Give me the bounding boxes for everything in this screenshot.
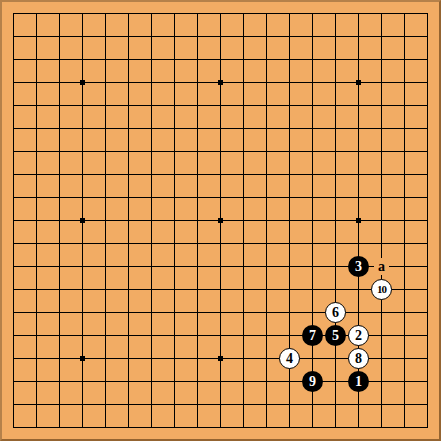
- intersection: [48, 140, 71, 163]
- intersection: [347, 301, 370, 324]
- intersection: [140, 48, 163, 71]
- intersection: [117, 232, 140, 255]
- intersection: [370, 25, 393, 48]
- intersection: [209, 416, 232, 439]
- intersection: [278, 255, 301, 278]
- intersection: [393, 140, 416, 163]
- intersection: [186, 209, 209, 232]
- intersection: [278, 71, 301, 94]
- intersection: [301, 393, 324, 416]
- intersection: [71, 347, 94, 370]
- intersection: [48, 209, 71, 232]
- intersection: [347, 393, 370, 416]
- intersection: [347, 186, 370, 209]
- stone-black-1: 1: [348, 371, 369, 392]
- intersection: [347, 232, 370, 255]
- intersection: [163, 370, 186, 393]
- intersection: [2, 416, 25, 439]
- intersection: [416, 301, 439, 324]
- intersection: 9: [301, 370, 324, 393]
- intersection: [186, 324, 209, 347]
- intersection: [255, 117, 278, 140]
- intersection: [232, 140, 255, 163]
- intersection: [324, 186, 347, 209]
- intersection: [25, 232, 48, 255]
- intersection: [278, 140, 301, 163]
- intersection: [163, 163, 186, 186]
- intersection: [393, 278, 416, 301]
- intersection: [301, 140, 324, 163]
- intersection: [209, 209, 232, 232]
- intersection: [25, 301, 48, 324]
- hoshi-star-point: [356, 218, 361, 223]
- intersection: [94, 209, 117, 232]
- intersection: [209, 393, 232, 416]
- intersection: [324, 163, 347, 186]
- intersection: [347, 117, 370, 140]
- intersection: [140, 163, 163, 186]
- intersection: [278, 324, 301, 347]
- intersection: [117, 163, 140, 186]
- intersection: [232, 232, 255, 255]
- intersection: [48, 94, 71, 117]
- intersection: [301, 2, 324, 25]
- intersection: [48, 324, 71, 347]
- intersection: [71, 209, 94, 232]
- hoshi-star-point: [218, 218, 223, 223]
- intersection: [186, 163, 209, 186]
- intersection: [370, 232, 393, 255]
- intersection: [25, 278, 48, 301]
- intersection: [370, 347, 393, 370]
- intersection: [416, 255, 439, 278]
- intersection: [324, 393, 347, 416]
- intersection: [393, 117, 416, 140]
- intersection: [393, 25, 416, 48]
- intersection: [324, 71, 347, 94]
- intersection: [71, 301, 94, 324]
- intersection: [416, 209, 439, 232]
- intersection: [347, 25, 370, 48]
- intersection: [347, 140, 370, 163]
- intersection: [232, 25, 255, 48]
- intersection: [163, 324, 186, 347]
- intersection: [117, 117, 140, 140]
- intersection: [48, 117, 71, 140]
- intersection: [393, 301, 416, 324]
- intersection: [416, 186, 439, 209]
- intersection: [393, 255, 416, 278]
- intersection: [278, 416, 301, 439]
- intersection: [301, 186, 324, 209]
- intersection: [278, 393, 301, 416]
- intersection: [25, 71, 48, 94]
- intersection: [71, 117, 94, 140]
- intersection: [278, 163, 301, 186]
- stone-white-4: 4: [279, 348, 300, 369]
- intersection: [186, 71, 209, 94]
- intersection: [2, 48, 25, 71]
- intersection: [209, 2, 232, 25]
- intersection: [71, 416, 94, 439]
- intersection: [232, 347, 255, 370]
- intersection: [163, 416, 186, 439]
- intersection: [255, 232, 278, 255]
- intersection: [71, 94, 94, 117]
- intersection: [255, 163, 278, 186]
- intersection: [163, 278, 186, 301]
- intersection: [232, 48, 255, 71]
- intersection: [301, 48, 324, 71]
- intersection: [94, 140, 117, 163]
- intersection: [2, 370, 25, 393]
- intersection: [25, 370, 48, 393]
- intersection: [2, 347, 25, 370]
- intersection: [255, 255, 278, 278]
- intersection: [370, 209, 393, 232]
- intersection: [94, 2, 117, 25]
- intersection: [140, 209, 163, 232]
- intersection: [25, 2, 48, 25]
- intersection: [393, 94, 416, 117]
- intersection: [232, 163, 255, 186]
- intersection: 10: [370, 278, 393, 301]
- intersection: [48, 301, 71, 324]
- intersection: [94, 324, 117, 347]
- intersection: [117, 209, 140, 232]
- intersection: [301, 209, 324, 232]
- intersection: [347, 48, 370, 71]
- intersection: [255, 347, 278, 370]
- intersection: [416, 416, 439, 439]
- intersection: [370, 301, 393, 324]
- intersection: [117, 2, 140, 25]
- intersection: [347, 278, 370, 301]
- intersection: [416, 48, 439, 71]
- intersection: [94, 94, 117, 117]
- intersection: [324, 117, 347, 140]
- intersection: [278, 94, 301, 117]
- intersection: [393, 416, 416, 439]
- intersection: [2, 71, 25, 94]
- intersection: [140, 278, 163, 301]
- intersection: [117, 48, 140, 71]
- intersection: [25, 140, 48, 163]
- intersection: [163, 186, 186, 209]
- intersection: [393, 324, 416, 347]
- intersection: [117, 25, 140, 48]
- intersection: [416, 140, 439, 163]
- intersection: [232, 117, 255, 140]
- intersection: [71, 163, 94, 186]
- intersection: [94, 301, 117, 324]
- intersection: [209, 117, 232, 140]
- intersection: [416, 278, 439, 301]
- intersection: [232, 301, 255, 324]
- intersection: [324, 2, 347, 25]
- intersection: [94, 25, 117, 48]
- intersection: [278, 117, 301, 140]
- intersection: [347, 2, 370, 25]
- intersection: [163, 71, 186, 94]
- intersection: [186, 48, 209, 71]
- stone-white-2: 2: [348, 325, 369, 346]
- intersection: [2, 324, 25, 347]
- intersection: [370, 48, 393, 71]
- intersection: [209, 370, 232, 393]
- intersection: [370, 71, 393, 94]
- intersection: 8: [347, 347, 370, 370]
- stone-black-7: 7: [302, 325, 323, 346]
- intersection: [163, 140, 186, 163]
- intersection: [140, 347, 163, 370]
- intersection: [370, 186, 393, 209]
- intersection: [117, 255, 140, 278]
- intersection: [347, 416, 370, 439]
- intersection: [186, 25, 209, 48]
- intersection: [2, 393, 25, 416]
- intersection: [163, 301, 186, 324]
- intersection: [324, 232, 347, 255]
- intersection: [25, 163, 48, 186]
- intersection: [140, 324, 163, 347]
- intersection: [94, 393, 117, 416]
- intersection: [2, 255, 25, 278]
- intersection: [140, 255, 163, 278]
- intersection: [393, 71, 416, 94]
- stone-black-9: 9: [302, 371, 323, 392]
- intersection: [48, 255, 71, 278]
- intersection: [232, 255, 255, 278]
- intersection: [416, 2, 439, 25]
- intersection: [278, 2, 301, 25]
- intersection: [140, 2, 163, 25]
- intersection: [71, 71, 94, 94]
- stone-white-10: 10: [371, 279, 392, 300]
- intersection: [301, 117, 324, 140]
- intersection: [278, 370, 301, 393]
- intersection: [209, 232, 232, 255]
- intersection: [140, 370, 163, 393]
- intersection: [209, 301, 232, 324]
- intersection: [301, 347, 324, 370]
- intersection: [163, 255, 186, 278]
- intersection: [71, 232, 94, 255]
- intersection: [48, 232, 71, 255]
- intersection: [94, 186, 117, 209]
- intersection: [255, 370, 278, 393]
- intersection: 2: [347, 324, 370, 347]
- intersection: [48, 186, 71, 209]
- intersection: [209, 163, 232, 186]
- intersection: [370, 163, 393, 186]
- intersection: [255, 301, 278, 324]
- intersection: 3: [347, 255, 370, 278]
- intersection: [370, 416, 393, 439]
- intersection: [370, 117, 393, 140]
- intersection: [370, 393, 393, 416]
- intersection: [416, 324, 439, 347]
- intersection: [324, 347, 347, 370]
- intersection: 1: [347, 370, 370, 393]
- intersection: [140, 186, 163, 209]
- intersection: [209, 71, 232, 94]
- intersection: [209, 278, 232, 301]
- intersection: [25, 209, 48, 232]
- intersection: [232, 94, 255, 117]
- intersection: [140, 301, 163, 324]
- go-board-frame: 3a1067524891: [0, 0, 441, 441]
- intersection: [163, 209, 186, 232]
- intersection: [2, 94, 25, 117]
- intersection: [2, 186, 25, 209]
- intersection: [232, 2, 255, 25]
- intersection: [163, 48, 186, 71]
- intersection: [209, 94, 232, 117]
- intersection: 7: [301, 324, 324, 347]
- intersection: [71, 324, 94, 347]
- intersection: 4: [278, 347, 301, 370]
- intersection: [2, 163, 25, 186]
- intersection: [370, 94, 393, 117]
- intersection: [393, 48, 416, 71]
- intersection: [163, 232, 186, 255]
- intersection: [324, 278, 347, 301]
- intersection: [347, 209, 370, 232]
- intersection: [117, 416, 140, 439]
- intersection: [416, 347, 439, 370]
- hoshi-star-point: [218, 356, 223, 361]
- intersection: [186, 278, 209, 301]
- intersection: [255, 416, 278, 439]
- intersection: [416, 25, 439, 48]
- intersection: [255, 94, 278, 117]
- intersection: [393, 163, 416, 186]
- intersection: [71, 48, 94, 71]
- intersection: [117, 140, 140, 163]
- intersection: [186, 301, 209, 324]
- intersection: [324, 209, 347, 232]
- intersection: [186, 140, 209, 163]
- intersection: 6: [324, 301, 347, 324]
- intersection: [25, 94, 48, 117]
- intersection: [25, 393, 48, 416]
- intersection: [324, 370, 347, 393]
- intersection: [25, 324, 48, 347]
- intersection: [48, 163, 71, 186]
- intersection: [209, 140, 232, 163]
- intersection: [2, 301, 25, 324]
- intersection: [278, 48, 301, 71]
- intersection: [255, 2, 278, 25]
- hoshi-star-point: [80, 80, 85, 85]
- intersection: [278, 232, 301, 255]
- intersection: [416, 370, 439, 393]
- hoshi-star-point: [218, 80, 223, 85]
- intersection: [186, 393, 209, 416]
- intersection: [278, 186, 301, 209]
- stone-black-5: 5: [325, 325, 346, 346]
- intersection: [25, 25, 48, 48]
- stone-white-6: 6: [325, 302, 346, 323]
- intersection: [117, 393, 140, 416]
- intersection: [186, 2, 209, 25]
- intersection: [117, 347, 140, 370]
- intersection: [94, 416, 117, 439]
- intersection: [301, 94, 324, 117]
- intersection: [117, 278, 140, 301]
- intersection: [393, 232, 416, 255]
- intersection: 5: [324, 324, 347, 347]
- intersection: [301, 416, 324, 439]
- intersection: [140, 232, 163, 255]
- intersection: [71, 278, 94, 301]
- intersection: [255, 186, 278, 209]
- intersection: [393, 186, 416, 209]
- intersection: [71, 255, 94, 278]
- intersection: [94, 232, 117, 255]
- intersection: [370, 140, 393, 163]
- intersection: [232, 324, 255, 347]
- intersection: [25, 347, 48, 370]
- intersection: [48, 25, 71, 48]
- intersection: [393, 347, 416, 370]
- hoshi-star-point: [356, 80, 361, 85]
- intersection: [94, 163, 117, 186]
- intersection: [186, 370, 209, 393]
- intersection: [347, 94, 370, 117]
- intersection: [163, 94, 186, 117]
- intersection: [117, 324, 140, 347]
- intersection: [278, 209, 301, 232]
- intersection: [301, 25, 324, 48]
- intersection: [209, 186, 232, 209]
- intersection: [140, 416, 163, 439]
- intersection: [232, 278, 255, 301]
- intersection: [94, 255, 117, 278]
- intersection: [94, 71, 117, 94]
- intersection: [163, 393, 186, 416]
- intersection: [347, 163, 370, 186]
- intersection: [278, 301, 301, 324]
- stone-black-3: 3: [348, 256, 369, 277]
- intersection: [324, 48, 347, 71]
- intersection: [48, 416, 71, 439]
- intersection: [94, 347, 117, 370]
- intersection: [393, 393, 416, 416]
- intersection: [301, 255, 324, 278]
- intersection: [2, 209, 25, 232]
- intersection: [416, 71, 439, 94]
- intersection: [416, 163, 439, 186]
- intersection: [393, 370, 416, 393]
- intersection: [301, 163, 324, 186]
- intersection: [324, 255, 347, 278]
- intersection: [301, 278, 324, 301]
- intersection: [25, 48, 48, 71]
- intersection: [71, 370, 94, 393]
- intersection: [163, 347, 186, 370]
- intersection: [25, 186, 48, 209]
- intersection: [48, 278, 71, 301]
- intersection: [186, 186, 209, 209]
- intersection: [71, 393, 94, 416]
- intersection: [347, 71, 370, 94]
- intersection: [416, 393, 439, 416]
- intersection: [301, 71, 324, 94]
- intersection: [117, 71, 140, 94]
- intersection: [117, 301, 140, 324]
